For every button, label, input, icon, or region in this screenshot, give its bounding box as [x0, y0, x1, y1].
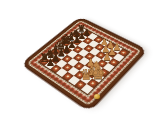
brass-knob	[94, 94, 100, 99]
piece-white-pawn[interactable]: ♟	[103, 52, 112, 62]
piece-white-queen[interactable]: ♛	[79, 68, 93, 83]
chess-set-photo: ♜♞♝♛♚♝♞♜♟♟♟♟♟♟♟♟♟♟♟♟♛♝♞♟♟♟♚	[0, 0, 166, 120]
piece-white-king[interactable]: ♚	[91, 66, 105, 82]
piece-black-pawn[interactable]: ♟	[46, 58, 55, 68]
